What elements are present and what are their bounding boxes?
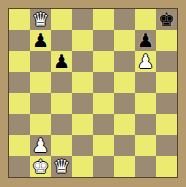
square-b1[interactable]: ♚ bbox=[30, 156, 51, 177]
black-king-piece: ♚ bbox=[158, 9, 175, 30]
square-e4[interactable] bbox=[93, 93, 114, 114]
white-king-piece: ♚ bbox=[32, 156, 49, 177]
square-g1[interactable] bbox=[135, 156, 156, 177]
square-h7[interactable] bbox=[156, 30, 177, 51]
square-e3[interactable] bbox=[93, 114, 114, 135]
square-a6[interactable] bbox=[9, 51, 30, 72]
white-queen-piece: ♛ bbox=[53, 156, 70, 177]
square-e7[interactable] bbox=[93, 30, 114, 51]
board-frame: ♛♚♟♟♟♟♟♚♛ bbox=[0, 0, 186, 187]
square-f5[interactable] bbox=[114, 72, 135, 93]
black-pawn-piece: ♟ bbox=[32, 30, 49, 51]
square-g8[interactable] bbox=[135, 9, 156, 30]
chess-board: ♛♚♟♟♟♟♟♚♛ bbox=[8, 8, 178, 178]
square-e2[interactable] bbox=[93, 135, 114, 156]
square-a1[interactable] bbox=[9, 156, 30, 177]
square-d6[interactable] bbox=[72, 51, 93, 72]
white-pawn-piece: ♟ bbox=[137, 51, 154, 72]
square-a5[interactable] bbox=[9, 72, 30, 93]
square-c8[interactable] bbox=[51, 9, 72, 30]
square-f7[interactable] bbox=[114, 30, 135, 51]
square-g6[interactable]: ♟ bbox=[135, 51, 156, 72]
square-c6[interactable]: ♟ bbox=[51, 51, 72, 72]
square-d4[interactable] bbox=[72, 93, 93, 114]
square-f6[interactable] bbox=[114, 51, 135, 72]
square-h2[interactable] bbox=[156, 135, 177, 156]
white-pawn-piece: ♟ bbox=[32, 135, 49, 156]
square-c2[interactable] bbox=[51, 135, 72, 156]
square-d2[interactable] bbox=[72, 135, 93, 156]
square-c1[interactable]: ♛ bbox=[51, 156, 72, 177]
square-c7[interactable] bbox=[51, 30, 72, 51]
square-a2[interactable] bbox=[9, 135, 30, 156]
square-f4[interactable] bbox=[114, 93, 135, 114]
square-c3[interactable] bbox=[51, 114, 72, 135]
square-g3[interactable] bbox=[135, 114, 156, 135]
black-pawn-piece: ♟ bbox=[137, 30, 154, 51]
square-d5[interactable] bbox=[72, 72, 93, 93]
square-f1[interactable] bbox=[114, 156, 135, 177]
square-f8[interactable] bbox=[114, 9, 135, 30]
square-d8[interactable] bbox=[72, 9, 93, 30]
square-b2[interactable]: ♟ bbox=[30, 135, 51, 156]
square-c5[interactable] bbox=[51, 72, 72, 93]
square-b8[interactable]: ♛ bbox=[30, 9, 51, 30]
square-h8[interactable]: ♚ bbox=[156, 9, 177, 30]
square-g7[interactable]: ♟ bbox=[135, 30, 156, 51]
white-queen-piece: ♛ bbox=[32, 9, 49, 30]
square-a7[interactable] bbox=[9, 30, 30, 51]
square-f3[interactable] bbox=[114, 114, 135, 135]
square-c4[interactable] bbox=[51, 93, 72, 114]
square-g2[interactable] bbox=[135, 135, 156, 156]
square-h6[interactable] bbox=[156, 51, 177, 72]
square-b6[interactable] bbox=[30, 51, 51, 72]
square-g5[interactable] bbox=[135, 72, 156, 93]
square-h1[interactable] bbox=[156, 156, 177, 177]
square-a4[interactable] bbox=[9, 93, 30, 114]
square-e5[interactable] bbox=[93, 72, 114, 93]
square-e8[interactable] bbox=[93, 9, 114, 30]
square-a8[interactable] bbox=[9, 9, 30, 30]
square-b7[interactable]: ♟ bbox=[30, 30, 51, 51]
square-b5[interactable] bbox=[30, 72, 51, 93]
black-pawn-piece: ♟ bbox=[53, 51, 70, 72]
square-h4[interactable] bbox=[156, 93, 177, 114]
square-h3[interactable] bbox=[156, 114, 177, 135]
square-b3[interactable] bbox=[30, 114, 51, 135]
square-h5[interactable] bbox=[156, 72, 177, 93]
square-g4[interactable] bbox=[135, 93, 156, 114]
square-d3[interactable] bbox=[72, 114, 93, 135]
square-a3[interactable] bbox=[9, 114, 30, 135]
square-b4[interactable] bbox=[30, 93, 51, 114]
square-d7[interactable] bbox=[72, 30, 93, 51]
square-d1[interactable] bbox=[72, 156, 93, 177]
square-e6[interactable] bbox=[93, 51, 114, 72]
square-e1[interactable] bbox=[93, 156, 114, 177]
square-f2[interactable] bbox=[114, 135, 135, 156]
